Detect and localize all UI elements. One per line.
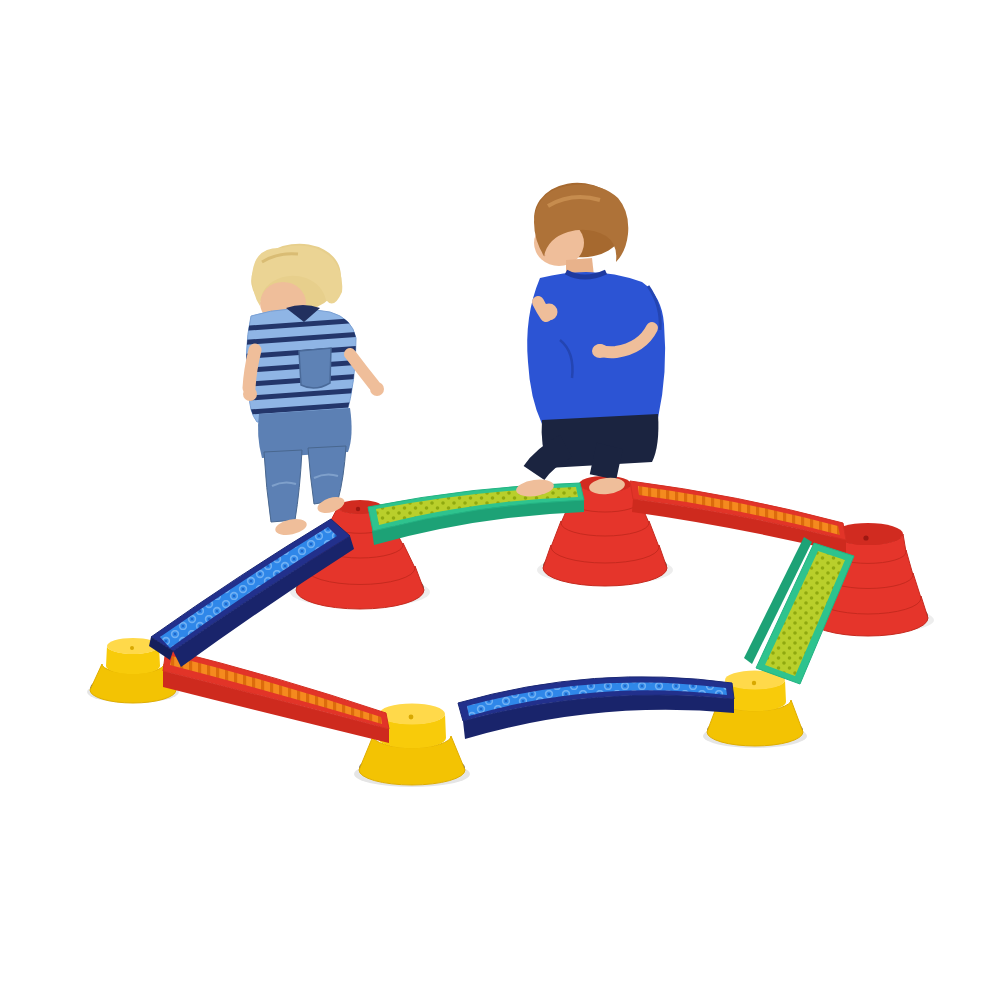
- scene-canvas: [0, 0, 1000, 1000]
- boy-left-hand: [541, 304, 558, 321]
- toddler-right-hand: [370, 382, 384, 396]
- toddler-left-hand: [243, 387, 257, 401]
- toddler-pocket: [299, 348, 331, 388]
- stone-top: [379, 704, 445, 725]
- boy-right-hand: [592, 344, 608, 358]
- balance-course-product-photo: [0, 0, 1000, 1000]
- toddler-left-arm: [249, 350, 255, 388]
